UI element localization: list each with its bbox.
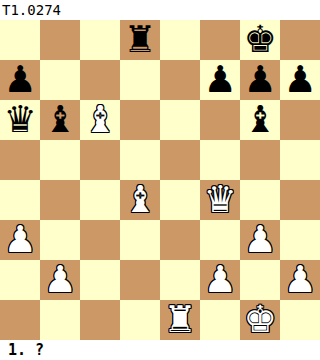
- square-d3[interactable]: [120, 220, 160, 260]
- square-h5[interactable]: [280, 140, 320, 180]
- square-f3[interactable]: [200, 220, 240, 260]
- square-a8[interactable]: [0, 20, 40, 60]
- square-h3[interactable]: [280, 220, 320, 260]
- chess-board: ♜♚♟♟♟♟♛♝♝♝♝♛♟♟♟♟♟♜♚: [0, 20, 320, 340]
- square-f1[interactable]: [200, 300, 240, 340]
- square-d1[interactable]: [120, 300, 160, 340]
- black-bishop-piece: ♝: [43, 100, 76, 140]
- square-d5[interactable]: [120, 140, 160, 180]
- square-d2[interactable]: [120, 260, 160, 300]
- square-f5[interactable]: [200, 140, 240, 180]
- square-a7[interactable]: ♟: [0, 60, 40, 100]
- white-pawn-piece: ♟: [283, 260, 316, 300]
- square-b6[interactable]: ♝: [40, 100, 80, 140]
- square-c7[interactable]: [80, 60, 120, 100]
- square-b8[interactable]: [40, 20, 80, 60]
- square-c6[interactable]: ♝: [80, 100, 120, 140]
- black-pawn-piece: ♟: [243, 60, 276, 100]
- white-rook-piece: ♜: [163, 300, 196, 340]
- square-c5[interactable]: [80, 140, 120, 180]
- move-prompt: 1. ?: [0, 340, 320, 360]
- square-e2[interactable]: [160, 260, 200, 300]
- square-g8[interactable]: ♚: [240, 20, 280, 60]
- square-a4[interactable]: [0, 180, 40, 220]
- square-f2[interactable]: ♟: [200, 260, 240, 300]
- square-g7[interactable]: ♟: [240, 60, 280, 100]
- square-c2[interactable]: [80, 260, 120, 300]
- white-pawn-piece: ♟: [3, 220, 36, 260]
- square-b4[interactable]: [40, 180, 80, 220]
- chess-diagram: T1.0274 ♜♚♟♟♟♟♛♝♝♝♝♛♟♟♟♟♟♜♚ 1. ?: [0, 0, 320, 360]
- square-h4[interactable]: [280, 180, 320, 220]
- square-e5[interactable]: [160, 140, 200, 180]
- square-b5[interactable]: [40, 140, 80, 180]
- square-f7[interactable]: ♟: [200, 60, 240, 100]
- black-king-piece: ♚: [243, 20, 276, 60]
- black-bishop-piece: ♝: [243, 100, 276, 140]
- black-queen-piece: ♛: [3, 100, 36, 140]
- square-g6[interactable]: ♝: [240, 100, 280, 140]
- white-queen-piece: ♛: [203, 180, 236, 220]
- puzzle-id: T1.0274: [0, 0, 320, 20]
- square-h6[interactable]: [280, 100, 320, 140]
- square-a3[interactable]: ♟: [0, 220, 40, 260]
- square-d4[interactable]: ♝: [120, 180, 160, 220]
- square-d6[interactable]: [120, 100, 160, 140]
- square-c8[interactable]: [80, 20, 120, 60]
- square-f8[interactable]: [200, 20, 240, 60]
- square-h2[interactable]: ♟: [280, 260, 320, 300]
- white-pawn-piece: ♟: [203, 260, 236, 300]
- square-g2[interactable]: [240, 260, 280, 300]
- square-b7[interactable]: [40, 60, 80, 100]
- square-a1[interactable]: [0, 300, 40, 340]
- black-rook-piece: ♜: [123, 20, 156, 60]
- square-a5[interactable]: [0, 140, 40, 180]
- square-d8[interactable]: ♜: [120, 20, 160, 60]
- square-b1[interactable]: [40, 300, 80, 340]
- square-c1[interactable]: [80, 300, 120, 340]
- white-pawn-piece: ♟: [243, 220, 276, 260]
- white-bishop-piece: ♝: [83, 100, 116, 140]
- square-a6[interactable]: ♛: [0, 100, 40, 140]
- black-pawn-piece: ♟: [3, 60, 36, 100]
- square-e3[interactable]: [160, 220, 200, 260]
- square-g1[interactable]: ♚: [240, 300, 280, 340]
- square-c4[interactable]: [80, 180, 120, 220]
- square-e1[interactable]: ♜: [160, 300, 200, 340]
- square-g4[interactable]: [240, 180, 280, 220]
- square-e7[interactable]: [160, 60, 200, 100]
- white-bishop-piece: ♝: [123, 180, 156, 220]
- square-h7[interactable]: ♟: [280, 60, 320, 100]
- square-f6[interactable]: [200, 100, 240, 140]
- square-e6[interactable]: [160, 100, 200, 140]
- square-g5[interactable]: [240, 140, 280, 180]
- square-c3[interactable]: [80, 220, 120, 260]
- square-h8[interactable]: [280, 20, 320, 60]
- square-a2[interactable]: [0, 260, 40, 300]
- square-b2[interactable]: ♟: [40, 260, 80, 300]
- black-pawn-piece: ♟: [203, 60, 236, 100]
- square-f4[interactable]: ♛: [200, 180, 240, 220]
- square-b3[interactable]: [40, 220, 80, 260]
- square-d7[interactable]: [120, 60, 160, 100]
- square-e8[interactable]: [160, 20, 200, 60]
- square-h1[interactable]: [280, 300, 320, 340]
- white-king-piece: ♚: [243, 300, 276, 340]
- square-e4[interactable]: [160, 180, 200, 220]
- black-pawn-piece: ♟: [283, 60, 316, 100]
- square-g3[interactable]: ♟: [240, 220, 280, 260]
- white-pawn-piece: ♟: [43, 260, 76, 300]
